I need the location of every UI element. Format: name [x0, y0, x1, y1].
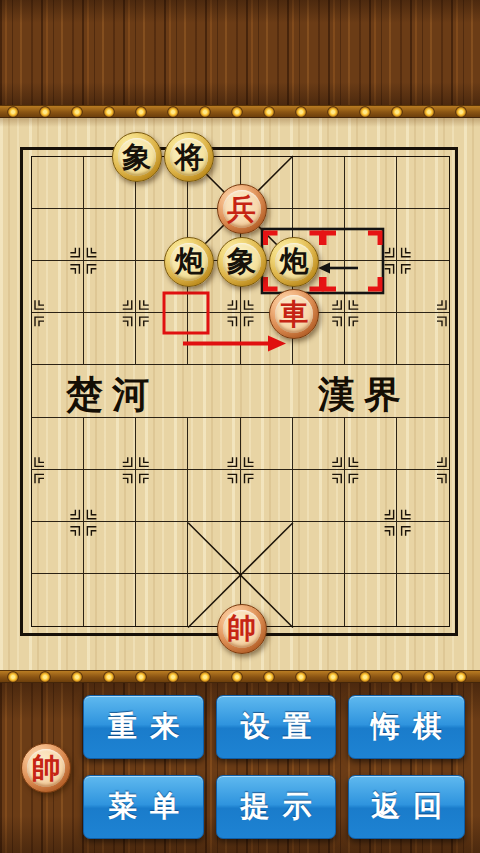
piece-face: 兵: [223, 190, 261, 228]
xiangqi-app: 楚河 漢界: [0, 0, 480, 853]
back-button[interactable]: 返回: [348, 775, 465, 839]
settings-button-label: 设置: [241, 707, 325, 747]
piece-face: 帥: [223, 610, 261, 648]
undo-button[interactable]: 悔棋: [348, 695, 465, 759]
piece-face: 象: [118, 138, 156, 176]
board-background: 楚河 漢界: [0, 118, 480, 670]
red-move-arrow-icon: [183, 336, 286, 352]
piece-face: 炮: [275, 243, 313, 281]
menu-button-label: 菜单: [108, 787, 192, 827]
button-panel: 重来 设置 悔棋 菜单 提示 返回: [83, 695, 465, 839]
button-row-2: 菜单 提示 返回: [83, 775, 465, 839]
turn-indicator-char: 帥: [27, 749, 65, 787]
black-cannon-2[interactable]: 炮: [269, 237, 319, 287]
turn-indicator: 帥: [21, 743, 71, 793]
piece-face: 炮: [170, 243, 208, 281]
restart-button[interactable]: 重来: [83, 695, 204, 759]
piece-face: 車: [275, 295, 313, 333]
move-origin-brackets: [324, 233, 380, 289]
river-label-right: 漢界: [317, 372, 410, 416]
river-label-left: 楚河: [65, 372, 158, 416]
button-row-1: 重来 设置 悔棋: [83, 695, 465, 759]
top-wood-panel: [0, 0, 480, 105]
bottom-rivet-bar: [0, 670, 480, 683]
black-general[interactable]: 将: [164, 132, 214, 182]
red-soldier[interactable]: 兵: [217, 184, 267, 234]
piece-face: 象: [223, 243, 261, 281]
black-move-arrow-icon: [318, 263, 358, 274]
back-button-label: 返回: [371, 787, 455, 827]
red-chariot[interactable]: 車: [269, 289, 319, 339]
hint-button[interactable]: 提示: [216, 775, 336, 839]
red-general[interactable]: 帥: [217, 604, 267, 654]
settings-button[interactable]: 设置: [216, 695, 336, 759]
restart-button-label: 重来: [108, 707, 192, 747]
red-move-from-square: [164, 293, 208, 333]
black-cannon[interactable]: 炮: [164, 237, 214, 287]
black-elephant-2[interactable]: 象: [217, 237, 267, 287]
black-elephant[interactable]: 象: [112, 132, 162, 182]
top-rivet-bar: [0, 105, 480, 118]
undo-button-label: 悔棋: [371, 707, 455, 747]
piece-face: 将: [170, 138, 208, 176]
menu-button[interactable]: 菜单: [83, 775, 204, 839]
hint-button-label: 提示: [241, 787, 325, 827]
